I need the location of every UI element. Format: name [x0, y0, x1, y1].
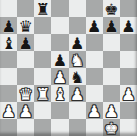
square-a5[interactable]: [0, 51, 17, 68]
square-c3[interactable]: ♜: [34, 85, 51, 102]
square-a8[interactable]: [0, 0, 17, 17]
square-c6[interactable]: [34, 34, 51, 51]
square-c4[interactable]: [34, 68, 51, 85]
square-a2[interactable]: ♟: [0, 102, 17, 119]
square-e4[interactable]: ♞: [69, 68, 86, 85]
square-g4[interactable]: [103, 68, 120, 85]
square-h8[interactable]: [120, 0, 137, 17]
black-pawn: ♟: [121, 18, 135, 35]
square-b8[interactable]: [17, 0, 34, 17]
black-pawn: ♟: [104, 18, 118, 35]
white-queen: ♛: [19, 86, 33, 103]
white-pawn: ♟: [19, 103, 33, 120]
square-d7[interactable]: [51, 17, 68, 34]
white-bishop: ♝: [53, 86, 67, 103]
square-d3[interactable]: ♝: [51, 85, 68, 102]
black-pawn: ♟: [1, 18, 15, 35]
square-d4[interactable]: ♟: [51, 68, 68, 85]
square-d1[interactable]: [51, 119, 68, 136]
square-g8[interactable]: ♚: [103, 0, 120, 17]
square-h5[interactable]: [120, 51, 137, 68]
white-pawn: ♟: [70, 86, 84, 103]
square-h3[interactable]: ♟: [120, 85, 137, 102]
white-pawn: ♟: [121, 86, 135, 103]
square-e6[interactable]: ♟: [69, 34, 86, 51]
square-g3[interactable]: [103, 85, 120, 102]
square-e7[interactable]: [69, 17, 86, 34]
black-pawn: ♟: [70, 35, 84, 52]
square-h7[interactable]: ♟: [120, 17, 137, 34]
square-d8[interactable]: [51, 0, 68, 17]
black-queen: ♛: [19, 18, 33, 35]
black-rook: ♜: [36, 1, 50, 18]
square-g1[interactable]: ♚: [103, 119, 120, 136]
black-king: ♚: [104, 1, 118, 18]
square-c2[interactable]: [34, 102, 51, 119]
square-b6[interactable]: ♟: [17, 34, 34, 51]
square-f2[interactable]: ♟: [86, 102, 103, 119]
square-a4[interactable]: [0, 68, 17, 85]
square-f8[interactable]: [86, 0, 103, 17]
black-bishop: ♝: [1, 35, 15, 52]
square-a3[interactable]: [0, 85, 17, 102]
square-b2[interactable]: ♟: [17, 102, 34, 119]
white-king: ♚: [104, 120, 118, 137]
white-pawn: ♟: [104, 103, 118, 120]
square-f4[interactable]: [86, 68, 103, 85]
square-f7[interactable]: ♟: [86, 17, 103, 34]
square-b3[interactable]: ♛: [17, 85, 34, 102]
black-pawn: ♟: [53, 52, 67, 69]
black-knight: ♞: [70, 69, 84, 86]
square-a6[interactable]: ♝: [0, 34, 17, 51]
square-f5[interactable]: [86, 51, 103, 68]
square-c1[interactable]: [34, 119, 51, 136]
square-h4[interactable]: [120, 68, 137, 85]
square-b7[interactable]: ♛: [17, 17, 34, 34]
square-c5[interactable]: [34, 51, 51, 68]
square-b4[interactable]: [17, 68, 34, 85]
white-pawn: ♟: [87, 103, 101, 120]
square-f3[interactable]: [86, 85, 103, 102]
square-d6[interactable]: [51, 34, 68, 51]
white-knight: ♞: [70, 52, 84, 69]
square-c7[interactable]: [34, 17, 51, 34]
chess-diagram: ♜♚♟♛♟♟♟♝♟♟♟♞♟♞♛♜♝♟♟♟♟♟♟♚: [0, 0, 137, 136]
square-g7[interactable]: ♟: [103, 17, 120, 34]
square-b5[interactable]: [17, 51, 34, 68]
square-f6[interactable]: [86, 34, 103, 51]
square-a7[interactable]: ♟: [0, 17, 17, 34]
square-c8[interactable]: ♜: [34, 0, 51, 17]
chess-board: ♜♚♟♛♟♟♟♝♟♟♟♞♟♞♛♜♝♟♟♟♟♟♟♚: [0, 0, 137, 136]
square-g2[interactable]: ♟: [103, 102, 120, 119]
square-g5[interactable]: [103, 51, 120, 68]
white-pawn: ♟: [53, 69, 67, 86]
square-d5[interactable]: ♟: [51, 51, 68, 68]
square-e3[interactable]: ♟: [69, 85, 86, 102]
black-pawn: ♟: [87, 18, 101, 35]
white-pawn: ♟: [1, 103, 15, 120]
square-h6[interactable]: [120, 34, 137, 51]
white-rook: ♜: [36, 86, 50, 103]
square-g6[interactable]: [103, 34, 120, 51]
square-e1[interactable]: [69, 119, 86, 136]
square-h2[interactable]: [120, 102, 137, 119]
square-d2[interactable]: [51, 102, 68, 119]
square-e2[interactable]: [69, 102, 86, 119]
black-pawn: ♟: [19, 35, 33, 52]
square-a1[interactable]: [0, 119, 17, 136]
square-e8[interactable]: [69, 0, 86, 17]
square-h1[interactable]: [120, 119, 137, 136]
square-e5[interactable]: ♞: [69, 51, 86, 68]
square-f1[interactable]: [86, 119, 103, 136]
square-b1[interactable]: [17, 119, 34, 136]
